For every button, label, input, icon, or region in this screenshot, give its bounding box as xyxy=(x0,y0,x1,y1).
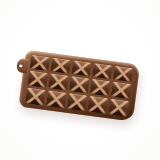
pyramid-cavity xyxy=(27,71,48,88)
photo-background xyxy=(0,0,160,160)
pyramid-cavity xyxy=(108,98,129,116)
pyramid-cavity xyxy=(50,57,71,73)
pyramid-cavity xyxy=(25,87,46,105)
pyramid-cavity xyxy=(67,93,88,111)
pyramid-cavity xyxy=(113,66,134,82)
pyramid-cavity xyxy=(71,60,92,76)
pyramid-cavity xyxy=(90,79,111,96)
pyramid-cavity xyxy=(92,63,113,79)
cavity-grid xyxy=(19,50,140,122)
chocolate-mold xyxy=(19,50,140,122)
pyramid-cavity xyxy=(69,76,90,93)
hang-tab-hole xyxy=(19,63,23,67)
pyramid-cavity xyxy=(111,82,132,99)
pyramid-cavity xyxy=(30,55,51,71)
pyramid-cavity xyxy=(46,90,67,108)
pyramid-cavity xyxy=(87,96,108,114)
pyramid-cavity xyxy=(48,73,69,90)
